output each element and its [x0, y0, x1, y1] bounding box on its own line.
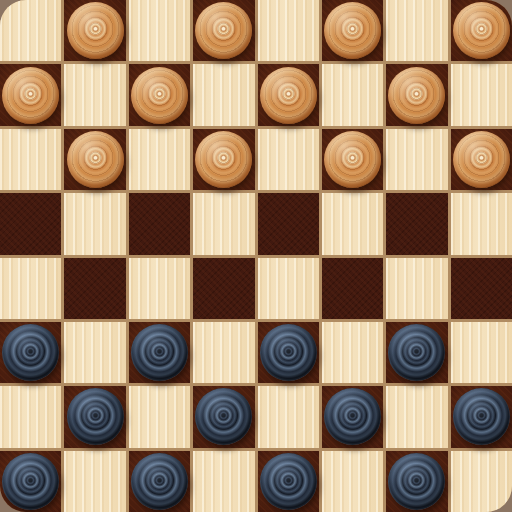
square-r6c6: [386, 386, 447, 447]
square-r3c0[interactable]: [0, 193, 61, 254]
square-r5c0[interactable]: [0, 322, 61, 383]
square-r3c5: [322, 193, 383, 254]
square-r7c3: [193, 451, 254, 512]
square-r4c5[interactable]: [322, 258, 383, 319]
orange-checker-piece[interactable]: [260, 67, 317, 124]
square-r6c5[interactable]: [322, 386, 383, 447]
orange-checker-piece[interactable]: [453, 2, 510, 59]
blue-checker-piece[interactable]: [388, 453, 445, 510]
square-r6c4: [258, 386, 319, 447]
square-r3c3: [193, 193, 254, 254]
square-r7c6[interactable]: [386, 451, 447, 512]
orange-checker-piece[interactable]: [67, 131, 124, 188]
square-r7c7: [451, 451, 512, 512]
square-r4c6: [386, 258, 447, 319]
square-r0c4: [258, 0, 319, 61]
square-r3c4[interactable]: [258, 193, 319, 254]
square-r7c5: [322, 451, 383, 512]
square-r1c4[interactable]: [258, 64, 319, 125]
square-r6c0: [0, 386, 61, 447]
square-r7c2[interactable]: [129, 451, 190, 512]
square-r5c5: [322, 322, 383, 383]
square-r4c0: [0, 258, 61, 319]
square-r6c7[interactable]: [451, 386, 512, 447]
square-r7c0[interactable]: [0, 451, 61, 512]
square-r4c3[interactable]: [193, 258, 254, 319]
blue-checker-piece[interactable]: [260, 324, 317, 381]
square-r3c1: [64, 193, 125, 254]
square-r4c7[interactable]: [451, 258, 512, 319]
square-r1c6[interactable]: [386, 64, 447, 125]
square-r7c4[interactable]: [258, 451, 319, 512]
square-r5c7: [451, 322, 512, 383]
square-r2c7[interactable]: [451, 129, 512, 190]
square-r6c1[interactable]: [64, 386, 125, 447]
square-r5c2[interactable]: [129, 322, 190, 383]
square-r2c3[interactable]: [193, 129, 254, 190]
square-r5c6[interactable]: [386, 322, 447, 383]
orange-checker-piece[interactable]: [195, 2, 252, 59]
blue-checker-piece[interactable]: [2, 453, 59, 510]
square-r1c2[interactable]: [129, 64, 190, 125]
square-r2c5[interactable]: [322, 129, 383, 190]
orange-checker-piece[interactable]: [388, 67, 445, 124]
square-r4c2: [129, 258, 190, 319]
square-r2c2: [129, 129, 190, 190]
orange-checker-piece[interactable]: [324, 2, 381, 59]
square-r1c7: [451, 64, 512, 125]
square-r0c2: [129, 0, 190, 61]
square-r5c1: [64, 322, 125, 383]
square-r1c0[interactable]: [0, 64, 61, 125]
square-r2c0: [0, 129, 61, 190]
blue-checker-piece[interactable]: [2, 324, 59, 381]
square-r3c2[interactable]: [129, 193, 190, 254]
square-r4c4: [258, 258, 319, 319]
square-r2c1[interactable]: [64, 129, 125, 190]
square-r2c6: [386, 129, 447, 190]
checkers-board: [0, 0, 512, 512]
square-r3c7: [451, 193, 512, 254]
square-r1c5: [322, 64, 383, 125]
blue-checker-piece[interactable]: [131, 453, 188, 510]
blue-checker-piece[interactable]: [67, 388, 124, 445]
square-r0c5[interactable]: [322, 0, 383, 61]
blue-checker-piece[interactable]: [131, 324, 188, 381]
orange-checker-piece[interactable]: [453, 131, 510, 188]
square-r1c3: [193, 64, 254, 125]
square-r0c1[interactable]: [64, 0, 125, 61]
square-r7c1: [64, 451, 125, 512]
square-r0c0: [0, 0, 61, 61]
blue-checker-piece[interactable]: [195, 388, 252, 445]
square-r1c1: [64, 64, 125, 125]
square-r2c4: [258, 129, 319, 190]
orange-checker-piece[interactable]: [131, 67, 188, 124]
orange-checker-piece[interactable]: [324, 131, 381, 188]
blue-checker-piece[interactable]: [453, 388, 510, 445]
square-r5c4[interactable]: [258, 322, 319, 383]
square-r0c7[interactable]: [451, 0, 512, 61]
orange-checker-piece[interactable]: [195, 131, 252, 188]
square-r3c6[interactable]: [386, 193, 447, 254]
square-r6c3[interactable]: [193, 386, 254, 447]
orange-checker-piece[interactable]: [2, 67, 59, 124]
square-r0c3[interactable]: [193, 0, 254, 61]
blue-checker-piece[interactable]: [260, 453, 317, 510]
square-r5c3: [193, 322, 254, 383]
orange-checker-piece[interactable]: [67, 2, 124, 59]
square-r6c2: [129, 386, 190, 447]
square-r0c6: [386, 0, 447, 61]
square-r4c1[interactable]: [64, 258, 125, 319]
blue-checker-piece[interactable]: [388, 324, 445, 381]
blue-checker-piece[interactable]: [324, 388, 381, 445]
